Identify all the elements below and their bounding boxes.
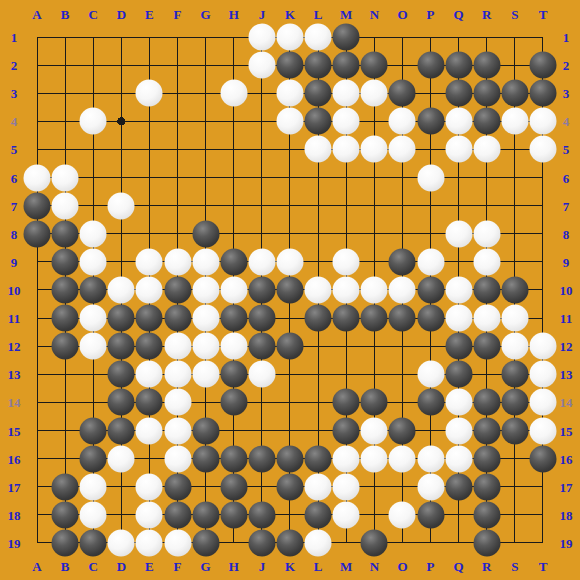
- white-stone-glyph: [164, 333, 191, 360]
- empty-intersection[interactable]: [276, 135, 304, 163]
- white-stone-glyph: [445, 417, 472, 444]
- empty-intersection[interactable]: [360, 107, 388, 135]
- empty-intersection[interactable]: [360, 473, 388, 501]
- black-stone-glyph: [305, 305, 332, 332]
- empty-intersection[interactable]: [51, 79, 79, 107]
- black-stone-glyph: [501, 417, 528, 444]
- white-stone-glyph: [136, 473, 163, 500]
- empty-intersection[interactable]: [23, 332, 51, 360]
- black-stone-glyph: [108, 361, 135, 388]
- row-label-right: 10: [560, 283, 573, 296]
- black-stone-glyph: [248, 305, 275, 332]
- black-stone-glyph: [473, 501, 500, 528]
- white-stone: [51, 192, 79, 220]
- empty-intersection[interactable]: [248, 220, 276, 248]
- empty-intersection[interactable]: [304, 417, 332, 445]
- empty-intersection[interactable]: [248, 164, 276, 192]
- black-stone: [192, 445, 220, 473]
- black-stone-glyph: [248, 530, 275, 557]
- empty-intersection[interactable]: [23, 473, 51, 501]
- empty-intersection[interactable]: [501, 164, 529, 192]
- empty-intersection[interactable]: [304, 360, 332, 388]
- empty-intersection[interactable]: [164, 220, 192, 248]
- empty-intersection[interactable]: [135, 164, 163, 192]
- black-stone: [220, 360, 248, 388]
- empty-intersection[interactable]: [192, 107, 220, 135]
- white-stone: [135, 79, 163, 107]
- empty-intersection[interactable]: [445, 248, 473, 276]
- white-stone: [248, 51, 276, 79]
- white-stone: [135, 360, 163, 388]
- empty-intersection[interactable]: [248, 107, 276, 135]
- column-label-bottom: O: [397, 560, 407, 573]
- white-stone: [388, 445, 416, 473]
- empty-intersection[interactable]: [529, 276, 557, 304]
- empty-intersection[interactable]: [23, 417, 51, 445]
- empty-intersection[interactable]: [388, 220, 416, 248]
- empty-intersection[interactable]: [23, 276, 51, 304]
- empty-intersection[interactable]: [107, 220, 135, 248]
- empty-intersection[interactable]: [304, 192, 332, 220]
- empty-intersection[interactable]: [220, 107, 248, 135]
- white-stone-glyph: [333, 473, 360, 500]
- white-stone: [248, 360, 276, 388]
- black-stone-glyph: [24, 220, 51, 247]
- white-stone: [107, 192, 135, 220]
- empty-intersection[interactable]: [388, 192, 416, 220]
- empty-intersection[interactable]: [332, 220, 360, 248]
- empty-intersection[interactable]: [473, 360, 501, 388]
- empty-intersection[interactable]: [248, 388, 276, 416]
- empty-intersection[interactable]: [220, 529, 248, 557]
- empty-intersection[interactable]: [501, 473, 529, 501]
- black-stone: [473, 388, 501, 416]
- white-stone-glyph: [389, 108, 416, 135]
- column-label-top: R: [482, 8, 491, 21]
- row-label-left: 7: [11, 199, 18, 212]
- empty-intersection[interactable]: [164, 192, 192, 220]
- empty-intersection[interactable]: [248, 192, 276, 220]
- empty-intersection[interactable]: [417, 220, 445, 248]
- white-stone-glyph: [136, 530, 163, 557]
- column-label-top: C: [89, 8, 98, 21]
- empty-intersection[interactable]: [473, 23, 501, 51]
- empty-intersection[interactable]: [23, 304, 51, 332]
- empty-intersection[interactable]: [135, 220, 163, 248]
- black-stone-glyph: [248, 445, 275, 472]
- white-stone-glyph: [333, 277, 360, 304]
- empty-intersection[interactable]: [192, 388, 220, 416]
- white-stone: [276, 248, 304, 276]
- black-stone-glyph: [277, 52, 304, 79]
- empty-intersection[interactable]: [23, 388, 51, 416]
- black-stone: [107, 388, 135, 416]
- empty-intersection[interactable]: [501, 501, 529, 529]
- black-stone-glyph: [164, 501, 191, 528]
- empty-intersection[interactable]: [51, 51, 79, 79]
- white-stone-glyph: [248, 24, 275, 51]
- empty-intersection[interactable]: [501, 220, 529, 248]
- empty-intersection[interactable]: [276, 220, 304, 248]
- empty-intersection[interactable]: [388, 51, 416, 79]
- empty-intersection[interactable]: [445, 501, 473, 529]
- empty-intersection[interactable]: [164, 107, 192, 135]
- row-label-right: 19: [560, 536, 573, 549]
- empty-intersection[interactable]: [135, 51, 163, 79]
- black-stone: [304, 304, 332, 332]
- empty-intersection[interactable]: [23, 107, 51, 135]
- empty-intersection[interactable]: [107, 135, 135, 163]
- empty-intersection[interactable]: [23, 51, 51, 79]
- white-stone-glyph: [305, 24, 332, 51]
- empty-intersection[interactable]: [135, 445, 163, 473]
- empty-intersection[interactable]: [51, 445, 79, 473]
- empty-intersection[interactable]: [529, 501, 557, 529]
- empty-intersection[interactable]: [276, 501, 304, 529]
- empty-intersection[interactable]: [107, 51, 135, 79]
- empty-intersection[interactable]: [388, 473, 416, 501]
- empty-intersection[interactable]: [529, 192, 557, 220]
- white-stone: [135, 417, 163, 445]
- empty-intersection[interactable]: [192, 23, 220, 51]
- empty-intersection[interactable]: [192, 164, 220, 192]
- empty-intersection[interactable]: [473, 164, 501, 192]
- empty-intersection[interactable]: [220, 220, 248, 248]
- black-stone-glyph: [52, 248, 79, 275]
- column-label-top: L: [314, 8, 323, 21]
- row-label-right: 7: [563, 199, 570, 212]
- black-stone: [79, 529, 107, 557]
- black-stone-glyph: [473, 445, 500, 472]
- black-stone: [248, 304, 276, 332]
- empty-intersection[interactable]: [529, 164, 557, 192]
- white-stone: [164, 529, 192, 557]
- white-stone-glyph: [248, 248, 275, 275]
- empty-intersection[interactable]: [388, 23, 416, 51]
- empty-intersection[interactable]: [332, 529, 360, 557]
- empty-intersection[interactable]: [23, 248, 51, 276]
- black-stone: [473, 445, 501, 473]
- empty-intersection[interactable]: [23, 79, 51, 107]
- black-stone-glyph: [417, 305, 444, 332]
- black-stone-glyph: [220, 248, 247, 275]
- white-stone: [107, 445, 135, 473]
- black-stone: [417, 304, 445, 332]
- empty-intersection[interactable]: [107, 23, 135, 51]
- empty-intersection[interactable]: [220, 23, 248, 51]
- black-stone: [51, 473, 79, 501]
- empty-intersection[interactable]: [501, 248, 529, 276]
- empty-intersection[interactable]: [192, 51, 220, 79]
- empty-intersection[interactable]: [332, 164, 360, 192]
- empty-intersection[interactable]: [529, 23, 557, 51]
- empty-intersection[interactable]: [445, 529, 473, 557]
- white-stone: [79, 332, 107, 360]
- empty-intersection[interactable]: [417, 135, 445, 163]
- row-label-right: 15: [560, 424, 573, 437]
- empty-intersection[interactable]: [445, 192, 473, 220]
- column-label-bottom: N: [370, 560, 379, 573]
- black-stone-glyph: [530, 445, 557, 472]
- empty-intersection[interactable]: [164, 135, 192, 163]
- black-stone-glyph: [80, 277, 107, 304]
- white-stone-glyph: [361, 277, 388, 304]
- white-stone: [360, 417, 388, 445]
- black-stone: [501, 388, 529, 416]
- empty-intersection[interactable]: [79, 51, 107, 79]
- empty-intersection[interactable]: [23, 135, 51, 163]
- empty-intersection[interactable]: [332, 192, 360, 220]
- empty-intersection[interactable]: [304, 164, 332, 192]
- empty-intersection[interactable]: [276, 360, 304, 388]
- empty-intersection[interactable]: [107, 473, 135, 501]
- empty-intersection[interactable]: [164, 164, 192, 192]
- white-stone: [107, 276, 135, 304]
- empty-intersection[interactable]: [164, 79, 192, 107]
- empty-intersection[interactable]: [473, 192, 501, 220]
- empty-intersection[interactable]: [164, 51, 192, 79]
- empty-intersection[interactable]: [79, 135, 107, 163]
- empty-intersection[interactable]: [220, 164, 248, 192]
- white-stone: [417, 360, 445, 388]
- empty-intersection[interactable]: [360, 248, 388, 276]
- column-label-bottom: F: [174, 560, 182, 573]
- black-stone-glyph: [501, 361, 528, 388]
- black-stone: [79, 417, 107, 445]
- empty-intersection[interactable]: [23, 445, 51, 473]
- empty-intersection[interactable]: [360, 332, 388, 360]
- black-stone: [501, 417, 529, 445]
- empty-intersection[interactable]: [248, 473, 276, 501]
- empty-intersection[interactable]: [501, 23, 529, 51]
- empty-intersection[interactable]: [192, 192, 220, 220]
- black-stone-glyph: [52, 333, 79, 360]
- white-stone-glyph: [417, 361, 444, 388]
- empty-intersection[interactable]: [360, 192, 388, 220]
- empty-intersection[interactable]: [192, 135, 220, 163]
- empty-intersection[interactable]: [107, 164, 135, 192]
- empty-intersection[interactable]: [79, 164, 107, 192]
- empty-intersection[interactable]: [417, 23, 445, 51]
- empty-intersection[interactable]: [388, 529, 416, 557]
- empty-intersection[interactable]: [79, 192, 107, 220]
- empty-intersection[interactable]: [304, 332, 332, 360]
- white-stone: [529, 107, 557, 135]
- white-stone-glyph: [530, 417, 557, 444]
- empty-intersection[interactable]: [248, 79, 276, 107]
- empty-intersection[interactable]: [79, 388, 107, 416]
- white-stone: [501, 332, 529, 360]
- empty-intersection[interactable]: [107, 79, 135, 107]
- empty-intersection[interactable]: [360, 23, 388, 51]
- white-stone-glyph: [361, 445, 388, 472]
- empty-intersection[interactable]: [135, 107, 163, 135]
- black-stone-glyph: [361, 530, 388, 557]
- white-stone: [79, 501, 107, 529]
- empty-intersection[interactable]: [417, 332, 445, 360]
- black-stone-glyph: [248, 501, 275, 528]
- white-stone-glyph: [530, 108, 557, 135]
- empty-intersection[interactable]: [23, 529, 51, 557]
- empty-intersection[interactable]: [332, 360, 360, 388]
- white-stone: [417, 164, 445, 192]
- black-stone: [473, 529, 501, 557]
- white-stone: [417, 473, 445, 501]
- empty-intersection[interactable]: [276, 304, 304, 332]
- white-stone-glyph: [164, 361, 191, 388]
- empty-intersection[interactable]: [417, 192, 445, 220]
- empty-intersection[interactable]: [529, 304, 557, 332]
- empty-intersection[interactable]: [248, 135, 276, 163]
- row-label-left: 6: [11, 171, 18, 184]
- black-stone-glyph: [417, 52, 444, 79]
- empty-intersection[interactable]: [164, 23, 192, 51]
- column-label-top: F: [174, 8, 182, 21]
- black-stone: [192, 417, 220, 445]
- empty-intersection[interactable]: [360, 164, 388, 192]
- column-label-bottom: L: [314, 560, 323, 573]
- row-label-left: 13: [8, 368, 21, 381]
- empty-intersection[interactable]: [388, 388, 416, 416]
- empty-intersection[interactable]: [360, 360, 388, 388]
- black-stone-glyph: [501, 389, 528, 416]
- white-stone-glyph: [80, 501, 107, 528]
- empty-intersection[interactable]: [276, 388, 304, 416]
- black-stone: [164, 473, 192, 501]
- empty-intersection[interactable]: [107, 107, 135, 135]
- empty-intersection[interactable]: [501, 51, 529, 79]
- white-stone-glyph: [108, 192, 135, 219]
- black-stone: [51, 276, 79, 304]
- black-stone-glyph: [389, 305, 416, 332]
- black-stone-glyph: [417, 108, 444, 135]
- white-stone: [529, 135, 557, 163]
- empty-intersection[interactable]: [417, 417, 445, 445]
- empty-intersection[interactable]: [51, 388, 79, 416]
- white-stone-glyph: [361, 80, 388, 107]
- column-label-top: O: [397, 8, 407, 21]
- empty-intersection[interactable]: [501, 192, 529, 220]
- empty-intersection[interactable]: [51, 360, 79, 388]
- black-stone-glyph: [52, 473, 79, 500]
- empty-intersection[interactable]: [529, 248, 557, 276]
- empty-intersection[interactable]: [107, 248, 135, 276]
- empty-intersection[interactable]: [135, 192, 163, 220]
- empty-intersection[interactable]: [192, 79, 220, 107]
- empty-intersection[interactable]: [276, 417, 304, 445]
- empty-intersection[interactable]: [220, 51, 248, 79]
- empty-intersection[interactable]: [220, 417, 248, 445]
- black-stone: [304, 445, 332, 473]
- empty-intersection[interactable]: [220, 192, 248, 220]
- row-label-left: 17: [8, 480, 21, 493]
- empty-intersection[interactable]: [445, 164, 473, 192]
- empty-intersection[interactable]: [304, 220, 332, 248]
- empty-intersection[interactable]: [529, 529, 557, 557]
- white-stone: [445, 107, 473, 135]
- empty-intersection[interactable]: [529, 473, 557, 501]
- black-stone-glyph: [530, 52, 557, 79]
- empty-intersection[interactable]: [51, 417, 79, 445]
- white-stone-glyph: [473, 305, 500, 332]
- black-stone-glyph: [136, 333, 163, 360]
- empty-intersection[interactable]: [417, 79, 445, 107]
- empty-intersection[interactable]: [79, 79, 107, 107]
- empty-intersection[interactable]: [304, 388, 332, 416]
- empty-intersection[interactable]: [51, 135, 79, 163]
- black-stone: [360, 529, 388, 557]
- white-stone-glyph: [220, 80, 247, 107]
- empty-intersection[interactable]: [51, 107, 79, 135]
- empty-intersection[interactable]: [501, 529, 529, 557]
- black-stone: [79, 445, 107, 473]
- black-stone: [23, 192, 51, 220]
- empty-intersection[interactable]: [501, 135, 529, 163]
- black-stone-glyph: [389, 248, 416, 275]
- empty-intersection[interactable]: [360, 501, 388, 529]
- empty-intersection[interactable]: [135, 135, 163, 163]
- empty-intersection[interactable]: [276, 164, 304, 192]
- empty-intersection[interactable]: [417, 529, 445, 557]
- empty-intersection[interactable]: [23, 23, 51, 51]
- row-label-left: 11: [8, 312, 20, 325]
- black-stone: [248, 332, 276, 360]
- empty-intersection[interactable]: [276, 192, 304, 220]
- black-stone: [51, 529, 79, 557]
- white-stone: [79, 220, 107, 248]
- black-stone-glyph: [473, 277, 500, 304]
- empty-intersection[interactable]: [388, 332, 416, 360]
- black-stone: [51, 220, 79, 248]
- empty-intersection[interactable]: [360, 220, 388, 248]
- black-stone: [220, 388, 248, 416]
- empty-intersection[interactable]: [304, 248, 332, 276]
- empty-intersection[interactable]: [192, 473, 220, 501]
- empty-intersection[interactable]: [388, 164, 416, 192]
- row-label-left: 19: [8, 536, 21, 549]
- black-stone: [360, 388, 388, 416]
- black-stone: [304, 107, 332, 135]
- white-stone: [529, 417, 557, 445]
- white-stone: [135, 473, 163, 501]
- black-stone: [417, 51, 445, 79]
- black-stone-glyph: [52, 305, 79, 332]
- empty-intersection[interactable]: [220, 135, 248, 163]
- column-label-bottom: B: [61, 560, 70, 573]
- black-stone: [332, 417, 360, 445]
- white-stone-glyph: [277, 248, 304, 275]
- empty-intersection[interactable]: [388, 360, 416, 388]
- empty-intersection[interactable]: [501, 445, 529, 473]
- black-stone-glyph: [473, 333, 500, 360]
- empty-intersection[interactable]: [79, 360, 107, 388]
- empty-intersection[interactable]: [51, 23, 79, 51]
- white-stone-glyph: [530, 136, 557, 163]
- empty-intersection[interactable]: [79, 23, 107, 51]
- empty-intersection[interactable]: [107, 501, 135, 529]
- empty-intersection[interactable]: [445, 23, 473, 51]
- empty-intersection[interactable]: [529, 220, 557, 248]
- empty-intersection[interactable]: [23, 501, 51, 529]
- empty-intersection[interactable]: [332, 332, 360, 360]
- black-stone: [417, 107, 445, 135]
- white-stone-glyph: [80, 305, 107, 332]
- empty-intersection[interactable]: [135, 23, 163, 51]
- black-stone: [220, 501, 248, 529]
- white-stone: [332, 135, 360, 163]
- empty-intersection[interactable]: [248, 417, 276, 445]
- empty-intersection[interactable]: [23, 360, 51, 388]
